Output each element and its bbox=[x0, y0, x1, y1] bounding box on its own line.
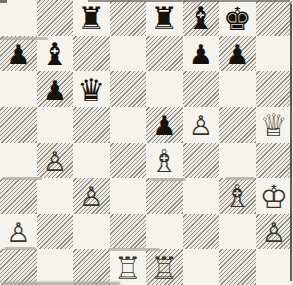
white-rook-d1: ♖ bbox=[114, 253, 142, 284]
square-c7[interactable] bbox=[73, 36, 110, 72]
square-e4[interactable]: ♗ bbox=[146, 143, 183, 179]
square-b8[interactable] bbox=[37, 0, 74, 36]
print-bleed-mark bbox=[225, 177, 255, 180]
square-f6[interactable] bbox=[183, 71, 220, 107]
black-queen-c6: ♛ bbox=[77, 75, 105, 106]
square-a8[interactable] bbox=[0, 0, 37, 36]
square-a1[interactable] bbox=[0, 249, 37, 285]
scan-right-edge-line bbox=[290, 4, 292, 281]
square-g7[interactable]: ♟ bbox=[219, 36, 256, 72]
black-pawn-e5: ♟ bbox=[152, 112, 176, 139]
white-bishop-g3: ♗ bbox=[223, 181, 251, 212]
black-pawn-g7: ♟ bbox=[225, 41, 249, 68]
square-c5[interactable] bbox=[73, 107, 110, 143]
white-rook-e1: ♖ bbox=[150, 253, 178, 284]
square-f3[interactable] bbox=[183, 178, 220, 214]
square-b6[interactable]: ♟ bbox=[37, 71, 74, 107]
square-a2[interactable]: ♙ bbox=[0, 214, 37, 250]
square-e7[interactable] bbox=[146, 36, 183, 72]
square-b3[interactable] bbox=[37, 178, 74, 214]
square-c1[interactable] bbox=[73, 249, 110, 285]
chess-board: ♜♜♝♚♟♝♟♟♟♛♟♙♕♙♗♙♗♔♙♙♖♖ bbox=[0, 0, 292, 285]
square-e1[interactable]: ♖ bbox=[146, 249, 183, 285]
square-f1[interactable] bbox=[183, 249, 220, 285]
square-h1[interactable] bbox=[256, 249, 293, 285]
square-c3[interactable]: ♙ bbox=[73, 178, 110, 214]
print-bleed-mark bbox=[4, 247, 36, 250]
square-c6[interactable]: ♛ bbox=[73, 71, 110, 107]
square-g1[interactable] bbox=[219, 249, 256, 285]
square-f2[interactable] bbox=[183, 214, 220, 250]
black-pawn-f7: ♟ bbox=[189, 41, 213, 68]
square-a3[interactable] bbox=[0, 178, 37, 214]
square-d5[interactable] bbox=[110, 107, 147, 143]
square-b4[interactable]: ♙ bbox=[37, 143, 74, 179]
square-a5[interactable] bbox=[0, 107, 37, 143]
square-g5[interactable] bbox=[219, 107, 256, 143]
scan-top-edge-line bbox=[88, 0, 290, 2]
white-pawn-f5: ♙ bbox=[189, 112, 213, 139]
chess-diagram-page: ♜♜♝♚♟♝♟♟♟♛♟♙♕♙♗♙♗♔♙♙♖♖ bbox=[0, 0, 292, 285]
white-pawn-c3: ♙ bbox=[79, 183, 103, 210]
square-c2[interactable] bbox=[73, 214, 110, 250]
square-c4[interactable] bbox=[73, 143, 110, 179]
print-bleed-mark bbox=[108, 248, 160, 251]
black-rook-c8: ♜ bbox=[77, 3, 105, 34]
square-a4[interactable] bbox=[0, 143, 37, 179]
square-a7[interactable]: ♟ bbox=[0, 36, 37, 72]
black-bishop-b7: ♝ bbox=[41, 39, 69, 70]
square-c8[interactable]: ♜ bbox=[73, 0, 110, 36]
square-b2[interactable] bbox=[37, 214, 74, 250]
black-pawn-a7: ♟ bbox=[6, 41, 30, 68]
square-d1[interactable]: ♖ bbox=[110, 249, 147, 285]
scan-corner-mark bbox=[0, 0, 7, 3]
square-b5[interactable] bbox=[37, 107, 74, 143]
square-d4[interactable] bbox=[110, 143, 147, 179]
black-king-g8: ♚ bbox=[223, 3, 252, 35]
square-f4[interactable] bbox=[183, 143, 220, 179]
white-pawn-h2: ♙ bbox=[262, 219, 286, 246]
square-d2[interactable] bbox=[110, 214, 147, 250]
print-bleed-mark bbox=[150, 178, 186, 181]
square-g6[interactable] bbox=[219, 71, 256, 107]
square-f8[interactable]: ♝ bbox=[183, 0, 220, 36]
square-e5[interactable]: ♟ bbox=[146, 107, 183, 143]
square-h5[interactable]: ♕ bbox=[256, 107, 293, 143]
square-e2[interactable] bbox=[146, 214, 183, 250]
square-h3[interactable]: ♔ bbox=[256, 178, 293, 214]
square-g2[interactable] bbox=[219, 214, 256, 250]
black-pawn-b6: ♟ bbox=[43, 77, 67, 104]
square-h6[interactable] bbox=[256, 71, 293, 107]
square-h7[interactable] bbox=[256, 36, 293, 72]
square-b1[interactable] bbox=[37, 249, 74, 285]
square-f5[interactable]: ♙ bbox=[183, 107, 220, 143]
square-g8[interactable]: ♚ bbox=[219, 0, 256, 36]
white-queen-h5: ♕ bbox=[260, 110, 288, 141]
square-e6[interactable] bbox=[146, 71, 183, 107]
square-g4[interactable] bbox=[219, 143, 256, 179]
white-bishop-e4: ♗ bbox=[150, 146, 178, 177]
black-rook-e8: ♜ bbox=[150, 3, 178, 34]
print-bleed-mark bbox=[2, 37, 48, 40]
white-king-h3: ♔ bbox=[259, 181, 288, 213]
square-d6[interactable] bbox=[110, 71, 147, 107]
square-h8[interactable] bbox=[256, 0, 293, 36]
black-bishop-f8: ♝ bbox=[187, 3, 215, 34]
square-h4[interactable] bbox=[256, 143, 293, 179]
square-a6[interactable] bbox=[0, 71, 37, 107]
print-bleed-mark bbox=[2, 177, 42, 180]
white-pawn-a2: ♙ bbox=[6, 219, 30, 246]
white-pawn-b4: ♙ bbox=[43, 148, 67, 175]
square-g3[interactable]: ♗ bbox=[219, 178, 256, 214]
square-d7[interactable] bbox=[110, 36, 147, 72]
square-f7[interactable]: ♟ bbox=[183, 36, 220, 72]
square-e3[interactable] bbox=[146, 178, 183, 214]
square-h2[interactable]: ♙ bbox=[256, 214, 293, 250]
square-d8[interactable] bbox=[110, 0, 147, 36]
square-e8[interactable]: ♜ bbox=[146, 0, 183, 36]
square-b7[interactable]: ♝ bbox=[37, 36, 74, 72]
square-d3[interactable] bbox=[110, 178, 147, 214]
